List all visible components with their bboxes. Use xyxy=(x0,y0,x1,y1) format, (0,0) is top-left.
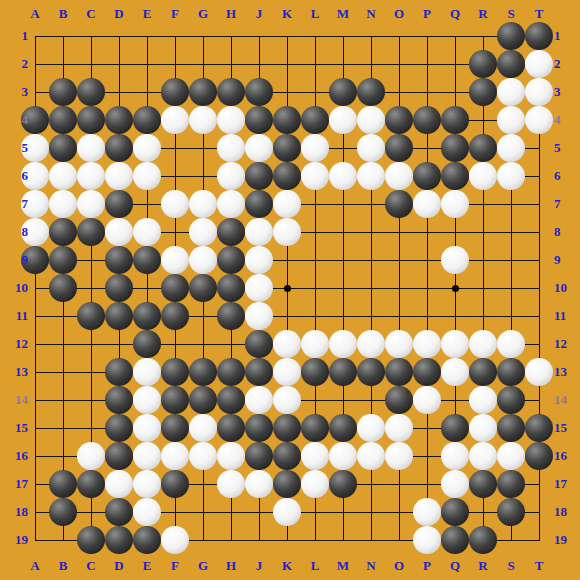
intersection-F18[interactable] xyxy=(161,498,189,526)
black-stone-E12[interactable] xyxy=(133,330,161,358)
intersection-O3[interactable] xyxy=(385,78,413,106)
white-stone-D8[interactable] xyxy=(105,218,133,246)
black-stone-O4[interactable] xyxy=(385,106,413,134)
intersection-P8[interactable] xyxy=(413,218,441,246)
white-stone-G15[interactable] xyxy=(189,414,217,442)
intersection-C2[interactable] xyxy=(77,50,105,78)
white-stone-P12[interactable] xyxy=(413,330,441,358)
intersection-D3[interactable] xyxy=(105,78,133,106)
intersection-H12[interactable] xyxy=(217,330,245,358)
white-stone-F9[interactable] xyxy=(161,246,189,274)
intersection-N8[interactable] xyxy=(357,218,385,246)
black-stone-K5[interactable] xyxy=(273,134,301,162)
black-stone-C4[interactable] xyxy=(77,106,105,134)
white-stone-E14[interactable] xyxy=(133,386,161,414)
black-stone-J7[interactable] xyxy=(245,190,273,218)
intersection-E3[interactable] xyxy=(133,78,161,106)
intersection-M8[interactable] xyxy=(329,218,357,246)
white-stone-D17[interactable] xyxy=(105,470,133,498)
intersection-S9[interactable] xyxy=(497,246,525,274)
intersection-C18[interactable] xyxy=(77,498,105,526)
black-stone-T15[interactable] xyxy=(525,414,553,442)
intersection-L7[interactable] xyxy=(301,190,329,218)
black-stone-F11[interactable] xyxy=(161,302,189,330)
intersection-D2[interactable] xyxy=(105,50,133,78)
intersection-M1[interactable] xyxy=(329,22,357,50)
intersection-G11[interactable] xyxy=(189,302,217,330)
intersection-P5[interactable] xyxy=(413,134,441,162)
black-stone-R19[interactable] xyxy=(469,526,497,554)
intersection-L9[interactable] xyxy=(301,246,329,274)
black-stone-O5[interactable] xyxy=(385,134,413,162)
white-stone-Q13[interactable] xyxy=(441,358,469,386)
white-stone-J9[interactable] xyxy=(245,246,273,274)
intersection-N2[interactable] xyxy=(357,50,385,78)
white-stone-J5[interactable] xyxy=(245,134,273,162)
white-stone-N6[interactable] xyxy=(357,162,385,190)
intersection-K9[interactable] xyxy=(273,246,301,274)
white-stone-M12[interactable] xyxy=(329,330,357,358)
white-stone-E17[interactable] xyxy=(133,470,161,498)
intersection-M11[interactable] xyxy=(329,302,357,330)
intersection-K3[interactable] xyxy=(273,78,301,106)
white-stone-N4[interactable] xyxy=(357,106,385,134)
white-stone-J17[interactable] xyxy=(245,470,273,498)
intersection-R11[interactable] xyxy=(469,302,497,330)
black-stone-P13[interactable] xyxy=(413,358,441,386)
intersection-B19[interactable] xyxy=(49,526,77,554)
intersection-F12[interactable] xyxy=(161,330,189,358)
black-stone-R3[interactable] xyxy=(469,78,497,106)
black-stone-H11[interactable] xyxy=(217,302,245,330)
intersection-C1[interactable] xyxy=(77,22,105,50)
white-stone-T13[interactable] xyxy=(525,358,553,386)
black-stone-S17[interactable] xyxy=(497,470,525,498)
white-stone-J14[interactable] xyxy=(245,386,273,414)
white-stone-R12[interactable] xyxy=(469,330,497,358)
black-stone-R13[interactable] xyxy=(469,358,497,386)
intersection-T8[interactable] xyxy=(525,218,553,246)
white-stone-J10[interactable] xyxy=(245,274,273,302)
black-stone-M3[interactable] xyxy=(329,78,357,106)
black-stone-B8[interactable] xyxy=(49,218,77,246)
intersection-Q8[interactable] xyxy=(441,218,469,246)
white-stone-B6[interactable] xyxy=(49,162,77,190)
white-stone-S16[interactable] xyxy=(497,442,525,470)
intersection-N7[interactable] xyxy=(357,190,385,218)
black-stone-D5[interactable] xyxy=(105,134,133,162)
white-stone-T4[interactable] xyxy=(525,106,553,134)
intersection-R1[interactable] xyxy=(469,22,497,50)
black-stone-B4[interactable] xyxy=(49,106,77,134)
black-stone-E19[interactable] xyxy=(133,526,161,554)
white-stone-Q12[interactable] xyxy=(441,330,469,358)
intersection-D12[interactable] xyxy=(105,330,133,358)
intersection-T10[interactable] xyxy=(525,274,553,302)
white-stone-L6[interactable] xyxy=(301,162,329,190)
black-stone-S13[interactable] xyxy=(497,358,525,386)
intersection-O9[interactable] xyxy=(385,246,413,274)
black-stone-H13[interactable] xyxy=(217,358,245,386)
black-stone-Q15[interactable] xyxy=(441,414,469,442)
white-stone-R6[interactable] xyxy=(469,162,497,190)
white-stone-T2[interactable] xyxy=(525,50,553,78)
white-stone-L16[interactable] xyxy=(301,442,329,470)
black-stone-C19[interactable] xyxy=(77,526,105,554)
black-stone-J6[interactable] xyxy=(245,162,273,190)
black-stone-C11[interactable] xyxy=(77,302,105,330)
white-stone-H4[interactable] xyxy=(217,106,245,134)
white-stone-P7[interactable] xyxy=(413,190,441,218)
intersection-M9[interactable] xyxy=(329,246,357,274)
intersection-B1[interactable] xyxy=(49,22,77,50)
black-stone-R2[interactable] xyxy=(469,50,497,78)
intersection-F2[interactable] xyxy=(161,50,189,78)
intersection-B11[interactable] xyxy=(49,302,77,330)
white-stone-G7[interactable] xyxy=(189,190,217,218)
intersection-E10[interactable] xyxy=(133,274,161,302)
intersection-O2[interactable] xyxy=(385,50,413,78)
intersection-R10[interactable] xyxy=(469,274,497,302)
black-stone-G10[interactable] xyxy=(189,274,217,302)
black-stone-Q19[interactable] xyxy=(441,526,469,554)
intersection-B2[interactable] xyxy=(49,50,77,78)
intersection-P11[interactable] xyxy=(413,302,441,330)
intersection-G17[interactable] xyxy=(189,470,217,498)
black-stone-S18[interactable] xyxy=(497,498,525,526)
white-stone-K13[interactable] xyxy=(273,358,301,386)
white-stone-Q16[interactable] xyxy=(441,442,469,470)
white-stone-Q7[interactable] xyxy=(441,190,469,218)
white-stone-F4[interactable] xyxy=(161,106,189,134)
black-stone-K16[interactable] xyxy=(273,442,301,470)
white-stone-H7[interactable] xyxy=(217,190,245,218)
black-stone-M17[interactable] xyxy=(329,470,357,498)
black-stone-J4[interactable] xyxy=(245,106,273,134)
intersection-B15[interactable] xyxy=(49,414,77,442)
intersection-G1[interactable] xyxy=(189,22,217,50)
black-stone-C8[interactable] xyxy=(77,218,105,246)
intersection-N17[interactable] xyxy=(357,470,385,498)
white-stone-H5[interactable] xyxy=(217,134,245,162)
white-stone-K8[interactable] xyxy=(273,218,301,246)
white-stone-R15[interactable] xyxy=(469,414,497,442)
white-stone-S4[interactable] xyxy=(497,106,525,134)
black-stone-F14[interactable] xyxy=(161,386,189,414)
intersection-L19[interactable] xyxy=(301,526,329,554)
white-stone-E16[interactable] xyxy=(133,442,161,470)
intersection-T6[interactable] xyxy=(525,162,553,190)
white-stone-B7[interactable] xyxy=(49,190,77,218)
intersection-O10[interactable] xyxy=(385,274,413,302)
intersection-H19[interactable] xyxy=(217,526,245,554)
intersection-M7[interactable] xyxy=(329,190,357,218)
white-stone-E13[interactable] xyxy=(133,358,161,386)
black-stone-H8[interactable] xyxy=(217,218,245,246)
black-stone-J13[interactable] xyxy=(245,358,273,386)
black-stone-B3[interactable] xyxy=(49,78,77,106)
white-stone-S5[interactable] xyxy=(497,134,525,162)
white-stone-K7[interactable] xyxy=(273,190,301,218)
intersection-D1[interactable] xyxy=(105,22,133,50)
intersection-R7[interactable] xyxy=(469,190,497,218)
white-stone-T3[interactable] xyxy=(525,78,553,106)
intersection-O17[interactable] xyxy=(385,470,413,498)
intersection-N19[interactable] xyxy=(357,526,385,554)
white-stone-F7[interactable] xyxy=(161,190,189,218)
white-stone-E15[interactable] xyxy=(133,414,161,442)
black-stone-F17[interactable] xyxy=(161,470,189,498)
intersection-J18[interactable] xyxy=(245,498,273,526)
white-stone-J8[interactable] xyxy=(245,218,273,246)
intersection-H1[interactable] xyxy=(217,22,245,50)
black-stone-R5[interactable] xyxy=(469,134,497,162)
black-stone-B9[interactable] xyxy=(49,246,77,274)
white-stone-L5[interactable] xyxy=(301,134,329,162)
intersection-P16[interactable] xyxy=(413,442,441,470)
intersection-L18[interactable] xyxy=(301,498,329,526)
black-stone-D4[interactable] xyxy=(105,106,133,134)
white-stone-G9[interactable] xyxy=(189,246,217,274)
intersection-C13[interactable] xyxy=(77,358,105,386)
white-stone-L12[interactable] xyxy=(301,330,329,358)
intersection-P10[interactable] xyxy=(413,274,441,302)
white-stone-S6[interactable] xyxy=(497,162,525,190)
black-stone-C3[interactable] xyxy=(77,78,105,106)
intersection-Q10[interactable] xyxy=(441,274,469,302)
black-stone-D7[interactable] xyxy=(105,190,133,218)
intersection-J1[interactable] xyxy=(245,22,273,50)
white-stone-Q17[interactable] xyxy=(441,470,469,498)
black-stone-B10[interactable] xyxy=(49,274,77,302)
black-stone-E4[interactable] xyxy=(133,106,161,134)
intersection-T14[interactable] xyxy=(525,386,553,414)
black-stone-H14[interactable] xyxy=(217,386,245,414)
white-stone-P19[interactable] xyxy=(413,526,441,554)
intersection-T9[interactable] xyxy=(525,246,553,274)
white-stone-P14[interactable] xyxy=(413,386,441,414)
intersection-G6[interactable] xyxy=(189,162,217,190)
black-stone-L4[interactable] xyxy=(301,106,329,134)
black-stone-O14[interactable] xyxy=(385,386,413,414)
intersection-E1[interactable] xyxy=(133,22,161,50)
white-stone-K14[interactable] xyxy=(273,386,301,414)
intersection-G2[interactable] xyxy=(189,50,217,78)
white-stone-K12[interactable] xyxy=(273,330,301,358)
black-stone-F13[interactable] xyxy=(161,358,189,386)
black-stone-H15[interactable] xyxy=(217,414,245,442)
black-stone-T16[interactable] xyxy=(525,442,553,470)
black-stone-J3[interactable] xyxy=(245,78,273,106)
intersection-O8[interactable] xyxy=(385,218,413,246)
black-stone-Q4[interactable] xyxy=(441,106,469,134)
intersection-T17[interactable] xyxy=(525,470,553,498)
white-stone-G8[interactable] xyxy=(189,218,217,246)
intersection-M2[interactable] xyxy=(329,50,357,78)
white-stone-M6[interactable] xyxy=(329,162,357,190)
white-stone-G16[interactable] xyxy=(189,442,217,470)
intersection-C9[interactable] xyxy=(77,246,105,274)
white-stone-O12[interactable] xyxy=(385,330,413,358)
black-stone-K15[interactable] xyxy=(273,414,301,442)
intersection-T18[interactable] xyxy=(525,498,553,526)
intersection-P2[interactable] xyxy=(413,50,441,78)
black-stone-D9[interactable] xyxy=(105,246,133,274)
intersection-M14[interactable] xyxy=(329,386,357,414)
intersection-K1[interactable] xyxy=(273,22,301,50)
black-stone-F10[interactable] xyxy=(161,274,189,302)
black-stone-D14[interactable] xyxy=(105,386,133,414)
white-stone-H17[interactable] xyxy=(217,470,245,498)
intersection-O19[interactable] xyxy=(385,526,413,554)
intersection-C14[interactable] xyxy=(77,386,105,414)
black-stone-B18[interactable] xyxy=(49,498,77,526)
black-stone-J12[interactable] xyxy=(245,330,273,358)
intersection-Q3[interactable] xyxy=(441,78,469,106)
white-stone-S3[interactable] xyxy=(497,78,525,106)
intersection-G5[interactable] xyxy=(189,134,217,162)
black-stone-K6[interactable] xyxy=(273,162,301,190)
intersection-K2[interactable] xyxy=(273,50,301,78)
intersection-Q2[interactable] xyxy=(441,50,469,78)
black-stone-D18[interactable] xyxy=(105,498,133,526)
intersection-R9[interactable] xyxy=(469,246,497,274)
black-stone-O13[interactable] xyxy=(385,358,413,386)
black-stone-Q5[interactable] xyxy=(441,134,469,162)
black-stone-H10[interactable] xyxy=(217,274,245,302)
white-stone-C5[interactable] xyxy=(77,134,105,162)
white-stone-C6[interactable] xyxy=(77,162,105,190)
intersection-N10[interactable] xyxy=(357,274,385,302)
black-stone-C17[interactable] xyxy=(77,470,105,498)
intersection-S8[interactable] xyxy=(497,218,525,246)
intersection-K19[interactable] xyxy=(273,526,301,554)
intersection-J2[interactable] xyxy=(245,50,273,78)
intersection-K10[interactable] xyxy=(273,274,301,302)
white-stone-O16[interactable] xyxy=(385,442,413,470)
white-stone-E6[interactable] xyxy=(133,162,161,190)
intersection-L10[interactable] xyxy=(301,274,329,302)
intersection-S7[interactable] xyxy=(497,190,525,218)
white-stone-N16[interactable] xyxy=(357,442,385,470)
black-stone-E9[interactable] xyxy=(133,246,161,274)
black-stone-B17[interactable] xyxy=(49,470,77,498)
intersection-P9[interactable] xyxy=(413,246,441,274)
intersection-F8[interactable] xyxy=(161,218,189,246)
black-stone-M13[interactable] xyxy=(329,358,357,386)
intersection-K11[interactable] xyxy=(273,302,301,330)
black-stone-Q18[interactable] xyxy=(441,498,469,526)
black-stone-D11[interactable] xyxy=(105,302,133,330)
white-stone-S12[interactable] xyxy=(497,330,525,358)
intersection-B13[interactable] xyxy=(49,358,77,386)
black-stone-K4[interactable] xyxy=(273,106,301,134)
white-stone-F19[interactable] xyxy=(161,526,189,554)
black-stone-F15[interactable] xyxy=(161,414,189,442)
white-stone-R16[interactable] xyxy=(469,442,497,470)
white-stone-E8[interactable] xyxy=(133,218,161,246)
intersection-M10[interactable] xyxy=(329,274,357,302)
black-stone-S15[interactable] xyxy=(497,414,525,442)
intersection-P17[interactable] xyxy=(413,470,441,498)
intersection-Q1[interactable] xyxy=(441,22,469,50)
black-stone-M15[interactable] xyxy=(329,414,357,442)
intersection-L8[interactable] xyxy=(301,218,329,246)
black-stone-H3[interactable] xyxy=(217,78,245,106)
black-stone-D19[interactable] xyxy=(105,526,133,554)
black-stone-T1[interactable] xyxy=(525,22,553,50)
intersection-G12[interactable] xyxy=(189,330,217,358)
intersection-S19[interactable] xyxy=(497,526,525,554)
white-stone-E5[interactable] xyxy=(133,134,161,162)
black-stone-K17[interactable] xyxy=(273,470,301,498)
intersection-S10[interactable] xyxy=(497,274,525,302)
black-stone-P6[interactable] xyxy=(413,162,441,190)
intersection-T7[interactable] xyxy=(525,190,553,218)
white-stone-N5[interactable] xyxy=(357,134,385,162)
intersection-J19[interactable] xyxy=(245,526,273,554)
black-stone-P4[interactable] xyxy=(413,106,441,134)
intersection-L11[interactable] xyxy=(301,302,329,330)
black-stone-S2[interactable] xyxy=(497,50,525,78)
intersection-R4[interactable] xyxy=(469,106,497,134)
black-stone-Q6[interactable] xyxy=(441,162,469,190)
intersection-C10[interactable] xyxy=(77,274,105,302)
black-stone-D10[interactable] xyxy=(105,274,133,302)
white-stone-P18[interactable] xyxy=(413,498,441,526)
black-stone-D13[interactable] xyxy=(105,358,133,386)
white-stone-O15[interactable] xyxy=(385,414,413,442)
white-stone-N12[interactable] xyxy=(357,330,385,358)
white-stone-E18[interactable] xyxy=(133,498,161,526)
white-stone-D6[interactable] xyxy=(105,162,133,190)
intersection-B16[interactable] xyxy=(49,442,77,470)
black-stone-E11[interactable] xyxy=(133,302,161,330)
intersection-H2[interactable] xyxy=(217,50,245,78)
black-stone-G13[interactable] xyxy=(189,358,217,386)
black-stone-D16[interactable] xyxy=(105,442,133,470)
white-stone-Q9[interactable] xyxy=(441,246,469,274)
white-stone-M16[interactable] xyxy=(329,442,357,470)
white-stone-M4[interactable] xyxy=(329,106,357,134)
intersection-Q14[interactable] xyxy=(441,386,469,414)
black-stone-G14[interactable] xyxy=(189,386,217,414)
intersection-T12[interactable] xyxy=(525,330,553,358)
intersection-F1[interactable] xyxy=(161,22,189,50)
intersection-L2[interactable] xyxy=(301,50,329,78)
intersection-R8[interactable] xyxy=(469,218,497,246)
black-stone-R17[interactable] xyxy=(469,470,497,498)
white-stone-N15[interactable] xyxy=(357,414,385,442)
intersection-P15[interactable] xyxy=(413,414,441,442)
white-stone-F16[interactable] xyxy=(161,442,189,470)
intersection-T11[interactable] xyxy=(525,302,553,330)
white-stone-R14[interactable] xyxy=(469,386,497,414)
black-stone-F3[interactable] xyxy=(161,78,189,106)
intersection-B12[interactable] xyxy=(49,330,77,358)
intersection-L14[interactable] xyxy=(301,386,329,414)
intersection-P1[interactable] xyxy=(413,22,441,50)
black-stone-L13[interactable] xyxy=(301,358,329,386)
black-stone-B5[interactable] xyxy=(49,134,77,162)
intersection-M19[interactable] xyxy=(329,526,357,554)
intersection-O1[interactable] xyxy=(385,22,413,50)
intersection-P3[interactable] xyxy=(413,78,441,106)
white-stone-G4[interactable] xyxy=(189,106,217,134)
black-stone-J16[interactable] xyxy=(245,442,273,470)
intersection-E2[interactable] xyxy=(133,50,161,78)
black-stone-J15[interactable] xyxy=(245,414,273,442)
